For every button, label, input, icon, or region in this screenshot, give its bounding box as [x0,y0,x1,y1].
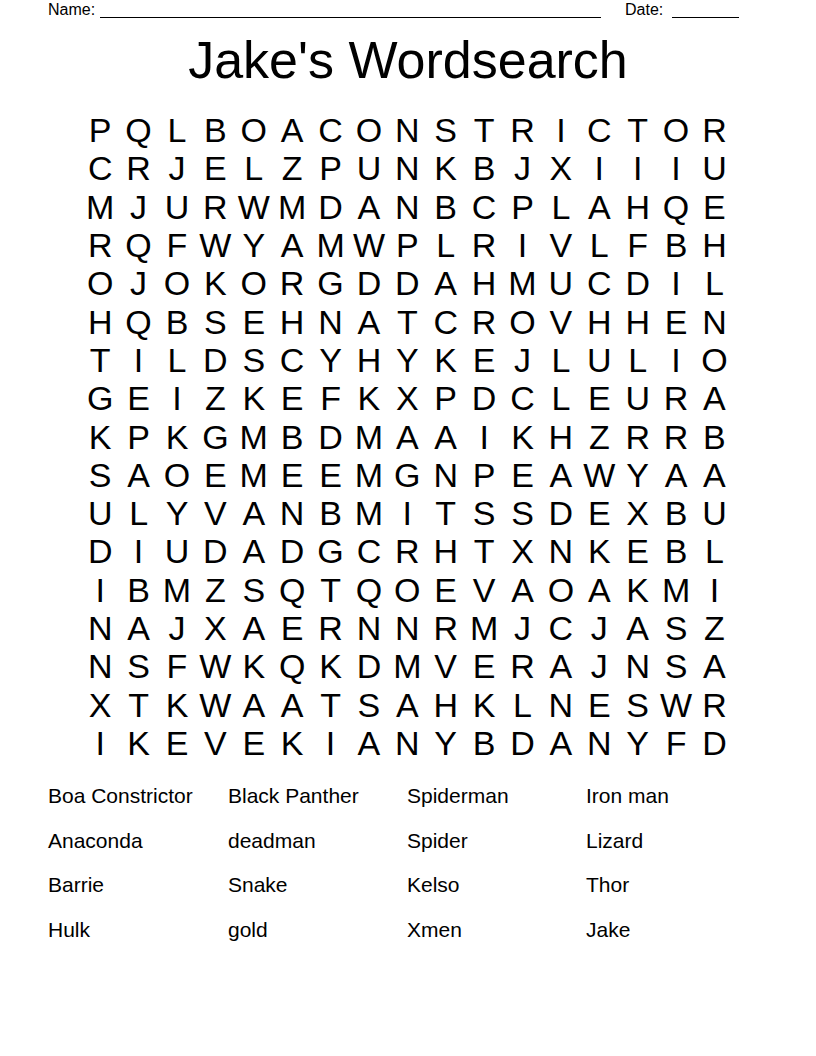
grid-cell-r4c1[interactable]: R [81,226,119,264]
grid-cell-r2c6[interactable]: Z [273,149,311,187]
grid-cell-r14c1[interactable]: N [81,609,119,647]
grid-cell-r6c11[interactable]: R [465,302,503,340]
grid-cell-r17c13[interactable]: A [542,724,580,762]
grid-cell-r16c9[interactable]: A [388,685,426,723]
grid-cell-r3c8[interactable]: A [350,188,388,226]
grid-cell-r16c14[interactable]: E [580,685,618,723]
grid-cell-r9c7[interactable]: D [311,417,349,455]
grid-cell-r2c5[interactable]: L [235,149,273,187]
grid-cell-r11c15[interactable]: X [618,494,656,532]
grid-cell-r12c2[interactable]: I [119,532,157,570]
grid-cell-r17c17[interactable]: D [695,724,733,762]
grid-cell-r3c11[interactable]: C [465,188,503,226]
grid-cell-r6c16[interactable]: E [657,302,695,340]
grid-cell-r13c4[interactable]: Z [196,571,234,609]
grid-cell-r1c16[interactable]: O [657,111,695,149]
grid-cell-r2c15[interactable]: I [618,149,656,187]
grid-cell-r17c6[interactable]: K [273,724,311,762]
grid-cell-r4c15[interactable]: F [618,226,656,264]
grid-cell-r6c15[interactable]: H [618,302,656,340]
grid-cell-r14c17[interactable]: Z [695,609,733,647]
grid-cell-r7c15[interactable]: L [618,341,656,379]
grid-cell-r13c2[interactable]: B [119,571,157,609]
grid-cell-r10c10[interactable]: N [427,456,465,494]
grid-cell-r14c3[interactable]: J [158,609,196,647]
grid-cell-r14c16[interactable]: S [657,609,695,647]
grid-cell-r3c16[interactable]: Q [657,188,695,226]
grid-cell-r9c4[interactable]: G [196,417,234,455]
grid-cell-r10c12[interactable]: E [503,456,541,494]
grid-cell-r12c14[interactable]: K [580,532,618,570]
grid-cell-r17c15[interactable]: Y [618,724,656,762]
grid-cell-r10c16[interactable]: A [657,456,695,494]
grid-cell-r14c14[interactable]: J [580,609,618,647]
grid-cell-r9c2[interactable]: P [119,417,157,455]
grid-cell-r8c4[interactable]: Z [196,379,234,417]
grid-cell-r12c10[interactable]: H [427,532,465,570]
grid-cell-r14c9[interactable]: N [388,609,426,647]
grid-cell-r13c14[interactable]: A [580,571,618,609]
grid-cell-r5c9[interactable]: D [388,264,426,302]
grid-cell-r3c2[interactable]: J [119,188,157,226]
grid-cell-r15c8[interactable]: D [350,647,388,685]
grid-cell-r16c13[interactable]: N [542,685,580,723]
grid-cell-r8c2[interactable]: E [119,379,157,417]
grid-cell-r6c4[interactable]: S [196,302,234,340]
grid-cell-r10c2[interactable]: A [119,456,157,494]
grid-cell-r14c6[interactable]: E [273,609,311,647]
grid-cell-r7c17[interactable]: O [695,341,733,379]
grid-cell-r7c14[interactable]: U [580,341,618,379]
grid-cell-r8c9[interactable]: X [388,379,426,417]
grid-cell-r17c10[interactable]: Y [427,724,465,762]
grid-cell-r2c2[interactable]: R [119,149,157,187]
grid-cell-r7c3[interactable]: L [158,341,196,379]
grid-cell-r11c1[interactable]: U [81,494,119,532]
grid-cell-r9c1[interactable]: K [81,417,119,455]
grid-cell-r17c8[interactable]: A [350,724,388,762]
grid-cell-r13c12[interactable]: A [503,571,541,609]
grid-cell-r1c7[interactable]: C [311,111,349,149]
grid-cell-r8c3[interactable]: I [158,379,196,417]
grid-cell-r3c10[interactable]: B [427,188,465,226]
grid-cell-r17c12[interactable]: D [503,724,541,762]
grid-cell-r11c2[interactable]: L [119,494,157,532]
grid-cell-r9c17[interactable]: B [695,417,733,455]
grid-cell-r17c14[interactable]: N [580,724,618,762]
grid-cell-r9c16[interactable]: R [657,417,695,455]
grid-cell-r4c17[interactable]: H [695,226,733,264]
grid-cell-r13c17[interactable]: I [695,571,733,609]
grid-cell-r12c1[interactable]: D [81,532,119,570]
grid-cell-r13c1[interactable]: I [81,571,119,609]
grid-cell-r1c8[interactable]: O [350,111,388,149]
grid-cell-r15c16[interactable]: S [657,647,695,685]
grid-cell-r12c12[interactable]: X [503,532,541,570]
grid-cell-r9c11[interactable]: I [465,417,503,455]
grid-cell-r9c5[interactable]: M [235,417,273,455]
grid-cell-r4c9[interactable]: P [388,226,426,264]
grid-cell-r10c5[interactable]: M [235,456,273,494]
grid-cell-r4c8[interactable]: W [350,226,388,264]
grid-cell-r2c9[interactable]: N [388,149,426,187]
grid-cell-r2c8[interactable]: U [350,149,388,187]
grid-cell-r14c8[interactable]: N [350,609,388,647]
grid-cell-r12c6[interactable]: D [273,532,311,570]
grid-cell-r4c10[interactable]: L [427,226,465,264]
grid-cell-r15c10[interactable]: V [427,647,465,685]
grid-cell-r9c10[interactable]: A [427,417,465,455]
grid-cell-r8c10[interactable]: P [427,379,465,417]
grid-cell-r4c5[interactable]: Y [235,226,273,264]
grid-cell-r9c13[interactable]: H [542,417,580,455]
grid-cell-r7c8[interactable]: H [350,341,388,379]
grid-cell-r17c2[interactable]: K [119,724,157,762]
grid-cell-r15c4[interactable]: W [196,647,234,685]
grid-cell-r3c4[interactable]: R [196,188,234,226]
name-blank-line[interactable] [100,17,601,18]
grid-cell-r3c14[interactable]: A [580,188,618,226]
grid-cell-r2c12[interactable]: J [503,149,541,187]
grid-cell-r7c9[interactable]: Y [388,341,426,379]
grid-cell-r4c14[interactable]: L [580,226,618,264]
grid-cell-r3c17[interactable]: E [695,188,733,226]
grid-cell-r10c13[interactable]: A [542,456,580,494]
grid-cell-r14c11[interactable]: M [465,609,503,647]
grid-cell-r6c1[interactable]: H [81,302,119,340]
grid-cell-r16c5[interactable]: A [235,685,273,723]
grid-cell-r12c16[interactable]: B [657,532,695,570]
date-label: Date: [625,1,663,19]
grid-cell-r6c10[interactable]: C [427,302,465,340]
grid-cell-r8c5[interactable]: K [235,379,273,417]
grid-cell-r6c6[interactable]: H [273,302,311,340]
grid-cell-r8c17[interactable]: A [695,379,733,417]
grid-cell-r11c4[interactable]: V [196,494,234,532]
grid-cell-r3c5[interactable]: W [235,188,273,226]
grid-cell-r6c2[interactable]: Q [119,302,157,340]
grid-cell-r13c5[interactable]: S [235,571,273,609]
grid-cell-r8c14[interactable]: E [580,379,618,417]
grid-cell-r9c9[interactable]: A [388,417,426,455]
grid-cell-r13c7[interactable]: T [311,571,349,609]
grid-cell-r6c13[interactable]: V [542,302,580,340]
grid-cell-r1c11[interactable]: T [465,111,503,149]
grid-cell-r10c3[interactable]: O [158,456,196,494]
grid-cell-r4c2[interactable]: Q [119,226,157,264]
grid-cell-r17c4[interactable]: V [196,724,234,762]
grid-cell-r4c3[interactable]: F [158,226,196,264]
grid-cell-r2c16[interactable]: I [657,149,695,187]
grid-cell-r1c6[interactable]: A [273,111,311,149]
grid-cell-r4c12[interactable]: I [503,226,541,264]
grid-cell-r9c3[interactable]: K [158,417,196,455]
grid-cell-r10c4[interactable]: E [196,456,234,494]
grid-cell-r13c13[interactable]: O [542,571,580,609]
grid-cell-r15c15[interactable]: N [618,647,656,685]
grid-cell-r12c9[interactable]: R [388,532,426,570]
grid-cell-r7c12[interactable]: J [503,341,541,379]
grid-cell-r8c7[interactable]: F [311,379,349,417]
grid-cell-r15c2[interactable]: S [119,647,157,685]
grid-cell-r10c14[interactable]: W [580,456,618,494]
grid-cell-r2c11[interactable]: B [465,149,503,187]
grid-cell-r9c8[interactable]: M [350,417,388,455]
grid-cell-r8c6[interactable]: E [273,379,311,417]
grid-cell-r15c11[interactable]: E [465,647,503,685]
grid-cell-r11c10[interactable]: T [427,494,465,532]
grid-cell-r11c9[interactable]: I [388,494,426,532]
grid-cell-r17c5[interactable]: E [235,724,273,762]
grid-cell-r12c17[interactable]: L [695,532,733,570]
grid-cell-r15c13[interactable]: A [542,647,580,685]
grid-cell-r17c7[interactable]: I [311,724,349,762]
grid-cell-r3c13[interactable]: L [542,188,580,226]
grid-cell-r7c6[interactable]: C [273,341,311,379]
grid-cell-r12c8[interactable]: C [350,532,388,570]
grid-cell-r15c12[interactable]: R [503,647,541,685]
grid-cell-r8c15[interactable]: U [618,379,656,417]
grid-cell-r11c12[interactable]: S [503,494,541,532]
grid-cell-r10c11[interactable]: P [465,456,503,494]
grid-cell-r12c15[interactable]: E [618,532,656,570]
grid-cell-r6c9[interactable]: T [388,302,426,340]
grid-cell-r4c13[interactable]: V [542,226,580,264]
grid-cell-r7c13[interactable]: L [542,341,580,379]
grid-cell-r3c15[interactable]: H [618,188,656,226]
grid-cell-r16c11[interactable]: K [465,685,503,723]
grid-cell-r11c5[interactable]: A [235,494,273,532]
grid-cell-r13c9[interactable]: O [388,571,426,609]
grid-cell-r5c16[interactable]: I [657,264,695,302]
grid-cell-r8c8[interactable]: K [350,379,388,417]
grid-cell-r6c8[interactable]: A [350,302,388,340]
grid-cell-r17c16[interactable]: F [657,724,695,762]
word-item-snake: Snake [228,870,407,915]
grid-cell-r13c3[interactable]: M [158,571,196,609]
grid-cell-r17c1[interactable]: I [81,724,119,762]
grid-cell-r16c6[interactable]: A [273,685,311,723]
grid-cell-r6c12[interactable]: O [503,302,541,340]
grid-cell-r16c2[interactable]: T [119,685,157,723]
grid-cell-r5c8[interactable]: D [350,264,388,302]
grid-cell-r16c17[interactable]: R [695,685,733,723]
grid-cell-r7c11[interactable]: E [465,341,503,379]
grid-cell-r12c4[interactable]: D [196,532,234,570]
grid-cell-r7c2[interactable]: I [119,341,157,379]
grid-cell-r2c3[interactable]: J [158,149,196,187]
grid-cell-r1c2[interactable]: Q [119,111,157,149]
grid-cell-r1c3[interactable]: L [158,111,196,149]
grid-cell-r12c11[interactable]: T [465,532,503,570]
grid-cell-r7c4[interactable]: D [196,341,234,379]
grid-cell-r4c16[interactable]: B [657,226,695,264]
grid-cell-r5c1[interactable]: O [81,264,119,302]
word-item-hulk: Hulk [48,915,228,960]
grid-cell-r5c3[interactable]: O [158,264,196,302]
grid-cell-r11c6[interactable]: N [273,494,311,532]
grid-cell-r16c4[interactable]: W [196,685,234,723]
grid-cell-r6c3[interactable]: B [158,302,196,340]
grid-cell-r7c1[interactable]: T [81,341,119,379]
grid-cell-r2c17[interactable]: U [695,149,733,187]
grid-cell-r10c6[interactable]: E [273,456,311,494]
grid-cell-r1c14[interactable]: C [580,111,618,149]
grid-cell-r2c4[interactable]: E [196,149,234,187]
word-item-xmen: Xmen [407,915,586,960]
grid-cell-r16c12[interactable]: L [503,685,541,723]
grid-cell-r10c9[interactable]: G [388,456,426,494]
grid-cell-r9c14[interactable]: Z [580,417,618,455]
grid-cell-r1c15[interactable]: T [618,111,656,149]
grid-cell-r6c5[interactable]: E [235,302,273,340]
grid-cell-r6c14[interactable]: H [580,302,618,340]
grid-cell-r11c17[interactable]: U [695,494,733,532]
grid-cell-r14c13[interactable]: C [542,609,580,647]
grid-cell-r3c3[interactable]: U [158,188,196,226]
grid-cell-r5c15[interactable]: D [618,264,656,302]
grid-cell-r11c16[interactable]: B [657,494,695,532]
grid-cell-r8c11[interactable]: D [465,379,503,417]
grid-cell-r13c15[interactable]: K [618,571,656,609]
grid-cell-r13c16[interactable]: M [657,571,695,609]
grid-cell-r5c11[interactable]: H [465,264,503,302]
grid-cell-r8c16[interactable]: R [657,379,695,417]
grid-cell-r11c14[interactable]: E [580,494,618,532]
grid-cell-r13c10[interactable]: E [427,571,465,609]
grid-cell-r8c1[interactable]: G [81,379,119,417]
grid-cell-r15c5[interactable]: K [235,647,273,685]
grid-cell-r5c6[interactable]: R [273,264,311,302]
word-item-spider: Spider [407,826,586,871]
grid-cell-r1c5[interactable]: O [235,111,273,149]
grid-cell-r5c5[interactable]: O [235,264,273,302]
grid-cell-r10c1[interactable]: S [81,456,119,494]
grid-cell-r13c6[interactable]: Q [273,571,311,609]
grid-cell-r9c6[interactable]: B [273,417,311,455]
grid-cell-r15c14[interactable]: J [580,647,618,685]
grid-cell-r16c16[interactable]: W [657,685,695,723]
grid-cell-r3c7[interactable]: D [311,188,349,226]
grid-cell-r14c15[interactable]: A [618,609,656,647]
grid-cell-r15c9[interactable]: M [388,647,426,685]
grid-cell-r8c13[interactable]: L [542,379,580,417]
grid-cell-r5c12[interactable]: M [503,264,541,302]
grid-cell-r12c7[interactable]: G [311,532,349,570]
grid-cell-r15c1[interactable]: N [81,647,119,685]
grid-cell-r9c15[interactable]: R [618,417,656,455]
grid-cell-r1c13[interactable]: I [542,111,580,149]
grid-cell-r16c7[interactable]: T [311,685,349,723]
date-blank-line[interactable] [672,17,739,18]
grid-cell-r2c7[interactable]: P [311,149,349,187]
grid-cell-r5c17[interactable]: L [695,264,733,302]
grid-cell-r14c2[interactable]: A [119,609,157,647]
grid-cell-r3c1[interactable]: M [81,188,119,226]
grid-cell-r12c5[interactable]: A [235,532,273,570]
grid-cell-r16c15[interactable]: S [618,685,656,723]
grid-cell-r3c12[interactable]: P [503,188,541,226]
wordsearch-letter-grid: PQLBOACONSTRICTORCRJELZPUNKBJXIIIUMJURWM… [81,111,734,762]
grid-cell-r15c7[interactable]: K [311,647,349,685]
grid-cell-r10c15[interactable]: Y [618,456,656,494]
grid-cell-r4c6[interactable]: A [273,226,311,264]
grid-cell-r11c3[interactable]: Y [158,494,196,532]
grid-cell-r5c4[interactable]: K [196,264,234,302]
grid-cell-r1c12[interactable]: R [503,111,541,149]
grid-cell-r6c17[interactable]: N [695,302,733,340]
grid-cell-r16c8[interactable]: S [350,685,388,723]
grid-cell-r5c14[interactable]: C [580,264,618,302]
grid-cell-r1c1[interactable]: P [81,111,119,149]
grid-cell-r13c8[interactable]: Q [350,571,388,609]
grid-cell-r2c13[interactable]: X [542,149,580,187]
grid-cell-r14c4[interactable]: X [196,609,234,647]
grid-cell-r17c9[interactable]: N [388,724,426,762]
grid-cell-r7c10[interactable]: K [427,341,465,379]
grid-cell-r4c4[interactable]: W [196,226,234,264]
grid-cell-r1c9[interactable]: N [388,111,426,149]
grid-cell-r3c6[interactable]: M [273,188,311,226]
grid-cell-r10c17[interactable]: A [695,456,733,494]
grid-cell-r11c13[interactable]: D [542,494,580,532]
grid-cell-r1c17[interactable]: R [695,111,733,149]
grid-cell-r17c11[interactable]: B [465,724,503,762]
grid-cell-r3c9[interactable]: N [388,188,426,226]
grid-cell-r11c11[interactable]: S [465,494,503,532]
grid-cell-r2c10[interactable]: K [427,149,465,187]
grid-cell-r8c12[interactable]: C [503,379,541,417]
word-item-iron-man: Iron man [586,781,766,826]
grid-cell-r4c7[interactable]: M [311,226,349,264]
grid-cell-r5c13[interactable]: U [542,264,580,302]
grid-cell-r15c3[interactable]: F [158,647,196,685]
grid-cell-r15c17[interactable]: A [695,647,733,685]
grid-cell-r4c11[interactable]: R [465,226,503,264]
grid-cell-r5c2[interactable]: J [119,264,157,302]
grid-cell-r1c4[interactable]: B [196,111,234,149]
grid-cell-r6c7[interactable]: N [311,302,349,340]
grid-cell-r5c7[interactable]: G [311,264,349,302]
grid-cell-r14c5[interactable]: A [235,609,273,647]
grid-cell-r12c13[interactable]: N [542,532,580,570]
grid-cell-r14c7[interactable]: R [311,609,349,647]
grid-cell-r5c10[interactable]: A [427,264,465,302]
grid-cell-r16c3[interactable]: K [158,685,196,723]
grid-cell-r7c7[interactable]: Y [311,341,349,379]
word-item-spiderman: Spiderman [407,781,586,826]
grid-cell-r16c10[interactable]: H [427,685,465,723]
grid-cell-r15c6[interactable]: Q [273,647,311,685]
grid-cell-r14c12[interactable]: J [503,609,541,647]
grid-cell-r2c14[interactable]: I [580,149,618,187]
grid-cell-r12c3[interactable]: U [158,532,196,570]
grid-cell-r10c8[interactable]: M [350,456,388,494]
grid-cell-r14c10[interactable]: R [427,609,465,647]
grid-cell-r10c7[interactable]: E [311,456,349,494]
grid-cell-r11c7[interactable]: B [311,494,349,532]
word-item-lizard: Lizard [586,826,766,871]
grid-cell-r1c10[interactable]: S [427,111,465,149]
grid-cell-r17c3[interactable]: E [158,724,196,762]
grid-cell-r7c16[interactable]: I [657,341,695,379]
grid-cell-r9c12[interactable]: K [503,417,541,455]
grid-cell-r11c8[interactable]: M [350,494,388,532]
grid-cell-r13c11[interactable]: V [465,571,503,609]
grid-cell-r7c5[interactable]: S [235,341,273,379]
grid-cell-r2c1[interactable]: C [81,149,119,187]
grid-cell-r16c1[interactable]: X [81,685,119,723]
